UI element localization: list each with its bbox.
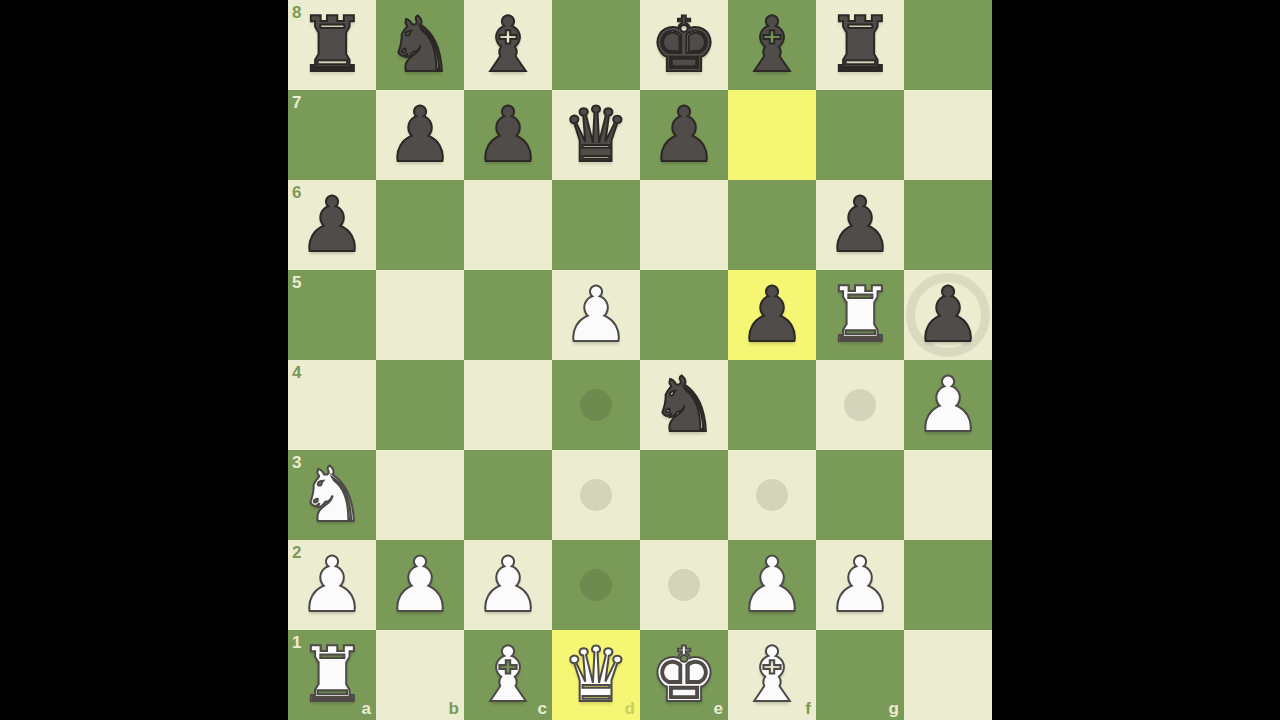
square-e8[interactable]: ♚ bbox=[640, 0, 728, 90]
square-c2[interactable]: ♟ bbox=[464, 540, 552, 630]
square-h5[interactable]: ♟ bbox=[904, 270, 992, 360]
white-queen[interactable]: ♛ bbox=[552, 630, 640, 720]
square-h3[interactable] bbox=[904, 450, 992, 540]
white-pawn[interactable]: ♟ bbox=[464, 540, 552, 630]
square-g1[interactable]: g bbox=[816, 630, 904, 720]
square-a1[interactable]: 1a♜ bbox=[288, 630, 376, 720]
square-f8[interactable]: ♝ bbox=[728, 0, 816, 90]
square-h2[interactable] bbox=[904, 540, 992, 630]
square-b1[interactable]: b bbox=[376, 630, 464, 720]
square-g4[interactable] bbox=[816, 360, 904, 450]
square-b4[interactable] bbox=[376, 360, 464, 450]
square-b5[interactable] bbox=[376, 270, 464, 360]
square-a5[interactable]: 5 bbox=[288, 270, 376, 360]
square-b2[interactable]: ♟ bbox=[376, 540, 464, 630]
square-b3[interactable] bbox=[376, 450, 464, 540]
white-king[interactable]: ♚ bbox=[640, 630, 728, 720]
square-f4[interactable] bbox=[728, 360, 816, 450]
rank-label-5: 5 bbox=[292, 274, 301, 291]
black-knight[interactable]: ♞ bbox=[640, 360, 728, 450]
legal-move-dot[interactable] bbox=[580, 569, 612, 601]
white-pawn[interactable]: ♟ bbox=[904, 360, 992, 450]
square-a2[interactable]: 2♟ bbox=[288, 540, 376, 630]
square-d7[interactable]: ♛ bbox=[552, 90, 640, 180]
square-b8[interactable]: ♞ bbox=[376, 0, 464, 90]
white-bishop[interactable]: ♝ bbox=[728, 630, 816, 720]
letterbox-right bbox=[992, 0, 1280, 720]
square-e7[interactable]: ♟ bbox=[640, 90, 728, 180]
square-b6[interactable] bbox=[376, 180, 464, 270]
black-queen[interactable]: ♛ bbox=[552, 90, 640, 180]
black-pawn[interactable]: ♟ bbox=[816, 180, 904, 270]
rank-label-7: 7 bbox=[292, 94, 301, 111]
legal-move-dot[interactable] bbox=[844, 389, 876, 421]
legal-move-dot[interactable] bbox=[756, 479, 788, 511]
square-a4[interactable]: 4 bbox=[288, 360, 376, 450]
white-rook[interactable]: ♜ bbox=[816, 270, 904, 360]
square-c6[interactable] bbox=[464, 180, 552, 270]
square-g3[interactable] bbox=[816, 450, 904, 540]
square-c1[interactable]: c♝ bbox=[464, 630, 552, 720]
square-h4[interactable]: ♟ bbox=[904, 360, 992, 450]
square-e1[interactable]: e♚ bbox=[640, 630, 728, 720]
square-d3[interactable] bbox=[552, 450, 640, 540]
square-a3[interactable]: 3♞ bbox=[288, 450, 376, 540]
square-c7[interactable]: ♟ bbox=[464, 90, 552, 180]
square-a6[interactable]: 6♟ bbox=[288, 180, 376, 270]
white-pawn[interactable]: ♟ bbox=[288, 540, 376, 630]
black-pawn[interactable]: ♟ bbox=[464, 90, 552, 180]
square-d6[interactable] bbox=[552, 180, 640, 270]
black-pawn[interactable]: ♟ bbox=[376, 90, 464, 180]
square-h1[interactable] bbox=[904, 630, 992, 720]
white-pawn[interactable]: ♟ bbox=[552, 270, 640, 360]
square-f6[interactable] bbox=[728, 180, 816, 270]
white-pawn[interactable]: ♟ bbox=[728, 540, 816, 630]
square-h7[interactable] bbox=[904, 90, 992, 180]
square-f1[interactable]: f♝ bbox=[728, 630, 816, 720]
square-f3[interactable] bbox=[728, 450, 816, 540]
square-g2[interactable]: ♟ bbox=[816, 540, 904, 630]
square-d1[interactable]: d♛ bbox=[552, 630, 640, 720]
white-bishop[interactable]: ♝ bbox=[464, 630, 552, 720]
square-d2[interactable] bbox=[552, 540, 640, 630]
square-g8[interactable]: ♜ bbox=[816, 0, 904, 90]
square-e6[interactable] bbox=[640, 180, 728, 270]
square-h6[interactable] bbox=[904, 180, 992, 270]
square-d5[interactable]: ♟ bbox=[552, 270, 640, 360]
square-g7[interactable] bbox=[816, 90, 904, 180]
white-pawn[interactable]: ♟ bbox=[376, 540, 464, 630]
square-f5[interactable]: ♟ bbox=[728, 270, 816, 360]
square-c4[interactable] bbox=[464, 360, 552, 450]
black-knight[interactable]: ♞ bbox=[376, 0, 464, 90]
black-rook[interactable]: ♜ bbox=[288, 0, 376, 90]
file-label-b: b bbox=[449, 700, 459, 717]
square-c8[interactable]: ♝ bbox=[464, 0, 552, 90]
square-e4[interactable]: ♞ bbox=[640, 360, 728, 450]
square-f2[interactable]: ♟ bbox=[728, 540, 816, 630]
square-g6[interactable]: ♟ bbox=[816, 180, 904, 270]
black-pawn[interactable]: ♟ bbox=[288, 180, 376, 270]
black-pawn[interactable]: ♟ bbox=[904, 270, 992, 360]
black-rook[interactable]: ♜ bbox=[816, 0, 904, 90]
square-c3[interactable] bbox=[464, 450, 552, 540]
square-e3[interactable] bbox=[640, 450, 728, 540]
chess-board[interactable]: 8♜♞♝♚♝♜7♟♟♛♟6♟♟5♟♟♜♟4♞♟3♞2♟♟♟♟♟1a♜bc♝d♛e… bbox=[288, 0, 992, 720]
square-a8[interactable]: 8♜ bbox=[288, 0, 376, 90]
white-rook[interactable]: ♜ bbox=[288, 630, 376, 720]
square-h8[interactable] bbox=[904, 0, 992, 90]
black-bishop[interactable]: ♝ bbox=[728, 0, 816, 90]
square-f7[interactable] bbox=[728, 90, 816, 180]
square-a7[interactable]: 7 bbox=[288, 90, 376, 180]
legal-move-dot[interactable] bbox=[580, 479, 612, 511]
square-g5[interactable]: ♜ bbox=[816, 270, 904, 360]
square-d8[interactable] bbox=[552, 0, 640, 90]
legal-move-dot[interactable] bbox=[668, 569, 700, 601]
square-c5[interactable] bbox=[464, 270, 552, 360]
black-pawn[interactable]: ♟ bbox=[728, 270, 816, 360]
white-knight[interactable]: ♞ bbox=[288, 450, 376, 540]
file-label-g: g bbox=[889, 700, 899, 717]
rank-label-4: 4 bbox=[292, 364, 301, 381]
black-king[interactable]: ♚ bbox=[640, 0, 728, 90]
square-e2[interactable] bbox=[640, 540, 728, 630]
black-bishop[interactable]: ♝ bbox=[464, 0, 552, 90]
black-pawn[interactable]: ♟ bbox=[640, 90, 728, 180]
video-frame: 8♜♞♝♚♝♜7♟♟♛♟6♟♟5♟♟♜♟4♞♟3♞2♟♟♟♟♟1a♜bc♝d♛e… bbox=[0, 0, 1280, 720]
square-e5[interactable] bbox=[640, 270, 728, 360]
white-pawn[interactable]: ♟ bbox=[816, 540, 904, 630]
letterbox-left bbox=[0, 0, 288, 720]
square-d4[interactable] bbox=[552, 360, 640, 450]
square-b7[interactable]: ♟ bbox=[376, 90, 464, 180]
legal-move-dot[interactable] bbox=[580, 389, 612, 421]
